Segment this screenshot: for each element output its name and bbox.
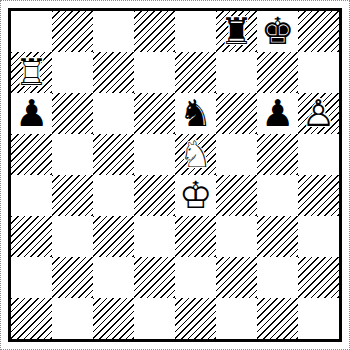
square-c3[interactable] [93, 216, 134, 257]
square-c4[interactable] [93, 175, 134, 216]
square-a4[interactable] [11, 175, 52, 216]
square-g4[interactable] [257, 175, 298, 216]
square-a3[interactable] [11, 216, 52, 257]
black-knight-glyph: ♞ [175, 93, 216, 134]
square-b1[interactable] [52, 298, 93, 339]
black-knight[interactable]: ♞♞ [175, 93, 216, 134]
black-pawn-glyph: ♟ [11, 93, 52, 134]
square-b4[interactable] [52, 175, 93, 216]
white-king[interactable]: ♚♔ [175, 175, 216, 216]
chess-diagram-page: ♜♜♚♚♜♖♟♟♞♞♟♟♟♙♞♘♚♔ [0, 0, 350, 350]
chess-board: ♜♜♚♚♜♖♟♟♞♞♟♟♟♙♞♘♚♔ [8, 8, 342, 342]
square-h8[interactable] [298, 11, 339, 52]
square-h4[interactable] [298, 175, 339, 216]
black-pawn[interactable]: ♟♟ [257, 93, 298, 134]
square-f5[interactable] [216, 134, 257, 175]
square-d1[interactable] [134, 298, 175, 339]
square-g7[interactable] [257, 52, 298, 93]
square-h1[interactable] [298, 298, 339, 339]
square-d2[interactable] [134, 257, 175, 298]
black-rook[interactable]: ♜♜ [216, 11, 257, 52]
square-b7[interactable] [52, 52, 93, 93]
square-a7[interactable]: ♜♖ [11, 52, 52, 93]
square-h3[interactable] [298, 216, 339, 257]
square-c7[interactable] [93, 52, 134, 93]
black-king[interactable]: ♚♚ [257, 11, 298, 52]
square-a6[interactable]: ♟♟ [11, 93, 52, 134]
square-a2[interactable] [11, 257, 52, 298]
square-f7[interactable] [216, 52, 257, 93]
square-a8[interactable] [11, 11, 52, 52]
black-pawn[interactable]: ♟♟ [11, 93, 52, 134]
square-g2[interactable] [257, 257, 298, 298]
square-b5[interactable] [52, 134, 93, 175]
square-f4[interactable] [216, 175, 257, 216]
square-h6[interactable]: ♟♙ [298, 93, 339, 134]
square-b2[interactable] [52, 257, 93, 298]
square-f6[interactable] [216, 93, 257, 134]
white-pawn[interactable]: ♟♙ [298, 93, 339, 134]
square-e7[interactable] [175, 52, 216, 93]
square-b3[interactable] [52, 216, 93, 257]
white-rook-glyph: ♖ [11, 52, 52, 93]
white-knight[interactable]: ♞♘ [175, 134, 216, 175]
square-f2[interactable] [216, 257, 257, 298]
square-e2[interactable] [175, 257, 216, 298]
square-d5[interactable] [134, 134, 175, 175]
square-e4[interactable]: ♚♔ [175, 175, 216, 216]
square-a1[interactable] [11, 298, 52, 339]
square-a5[interactable] [11, 134, 52, 175]
square-h2[interactable] [298, 257, 339, 298]
square-e1[interactable] [175, 298, 216, 339]
square-g5[interactable] [257, 134, 298, 175]
square-e6[interactable]: ♞♞ [175, 93, 216, 134]
square-g6[interactable]: ♟♟ [257, 93, 298, 134]
black-king-glyph: ♚ [257, 11, 298, 52]
white-king-glyph: ♔ [175, 175, 216, 216]
square-f1[interactable] [216, 298, 257, 339]
square-c1[interactable] [93, 298, 134, 339]
square-c6[interactable] [93, 93, 134, 134]
square-c8[interactable] [93, 11, 134, 52]
square-d7[interactable] [134, 52, 175, 93]
square-b6[interactable] [52, 93, 93, 134]
square-g8[interactable]: ♚♚ [257, 11, 298, 52]
square-d8[interactable] [134, 11, 175, 52]
white-rook[interactable]: ♜♖ [11, 52, 52, 93]
square-d3[interactable] [134, 216, 175, 257]
square-g1[interactable] [257, 298, 298, 339]
square-c5[interactable] [93, 134, 134, 175]
square-f8[interactable]: ♜♜ [216, 11, 257, 52]
square-g3[interactable] [257, 216, 298, 257]
square-h5[interactable] [298, 134, 339, 175]
square-d4[interactable] [134, 175, 175, 216]
white-pawn-glyph: ♙ [298, 93, 339, 134]
square-e5[interactable]: ♞♘ [175, 134, 216, 175]
black-pawn-glyph: ♟ [257, 93, 298, 134]
square-e3[interactable] [175, 216, 216, 257]
white-knight-glyph: ♘ [175, 134, 216, 175]
square-d6[interactable] [134, 93, 175, 134]
square-h7[interactable] [298, 52, 339, 93]
square-f3[interactable] [216, 216, 257, 257]
square-e8[interactable] [175, 11, 216, 52]
black-rook-glyph: ♜ [216, 11, 257, 52]
square-c2[interactable] [93, 257, 134, 298]
square-b8[interactable] [52, 11, 93, 52]
